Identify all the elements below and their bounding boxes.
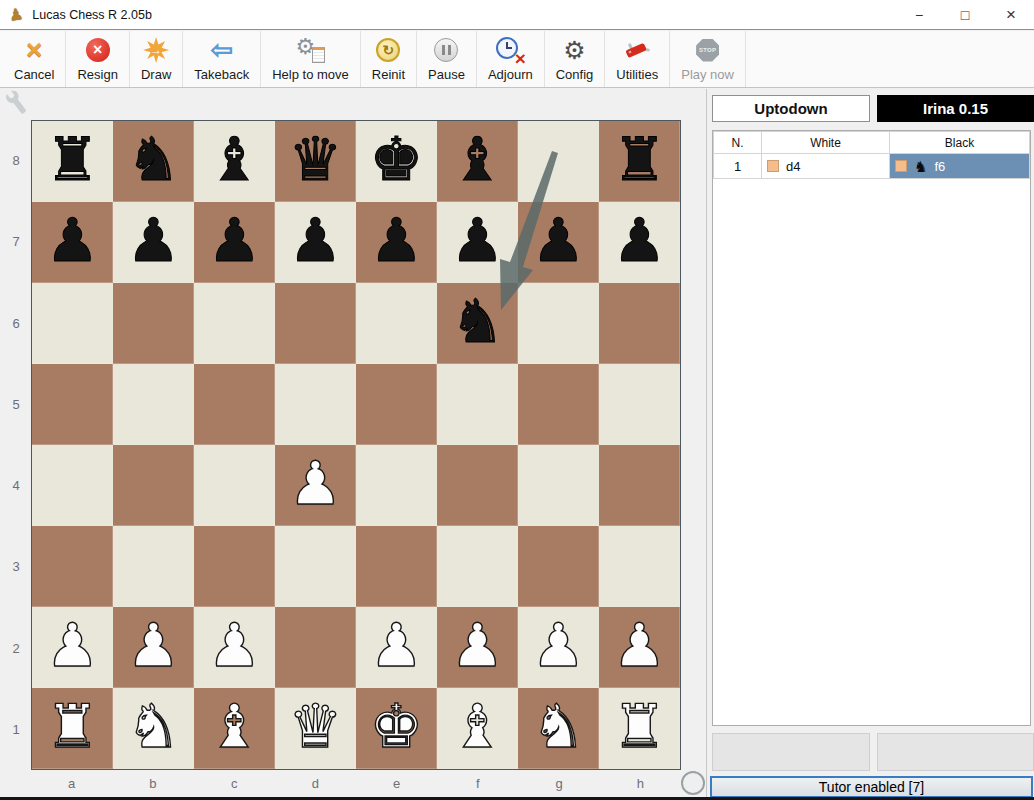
black-pawn-c7[interactable]: ♟ <box>208 211 262 271</box>
square-h6[interactable] <box>599 283 680 364</box>
file-label-f: f <box>476 776 480 791</box>
square-g3[interactable] <box>518 526 599 607</box>
toolbar-button-label: Adjourn <box>488 67 533 82</box>
white-knight-b1[interactable]: ♞ <box>127 697 181 757</box>
black-king-e8[interactable]: ♚ <box>370 130 424 190</box>
cancel-icon: × <box>26 35 42 65</box>
wrench-icon[interactable] <box>5 91 28 118</box>
toolbar-button-adjourn[interactable]: ×Adjourn <box>477 31 545 87</box>
file-label-d: d <box>312 776 319 791</box>
square-e2[interactable]: ♟ <box>356 607 437 688</box>
window-controls: − □ × <box>896 0 1034 29</box>
rank-label-7: 7 <box>12 234 19 249</box>
white-knight-g1[interactable]: ♞ <box>532 697 586 757</box>
square-f3[interactable] <box>437 526 518 607</box>
file-label-g: g <box>556 776 563 791</box>
square-h5[interactable] <box>599 364 680 445</box>
file-labels: abcdefgh <box>31 772 681 794</box>
clocks-row <box>712 733 1034 771</box>
square-b6[interactable] <box>113 283 194 364</box>
square-a2[interactable]: ♟ <box>32 607 113 688</box>
square-a1[interactable]: ♜ <box>32 688 113 769</box>
square-f4[interactable] <box>437 445 518 526</box>
toolbar-button-play-now: STOPPlay now <box>670 31 746 87</box>
maximize-button[interactable]: □ <box>942 0 988 29</box>
toolbar-button-label: Cancel <box>14 67 54 82</box>
square-c8[interactable]: ♝ <box>194 121 275 202</box>
col-header-n: N. <box>714 132 762 154</box>
square-e1[interactable]: ♚ <box>356 688 437 769</box>
main-area: 87654321 ♜♞♝♛♚♝♜♟♟♟♟♟♟♟♟♞♟♟♟♟♟♟♟♟♜♞♝♛♚♝♞… <box>0 89 1034 797</box>
takeback-icon: ⇦ <box>210 35 233 65</box>
players-row: Uptodown Irina 0.15 <box>712 95 1034 122</box>
square-b7[interactable]: ♟ <box>113 202 194 283</box>
square-g1[interactable]: ♞ <box>518 688 599 769</box>
square-b8[interactable]: ♞ <box>113 121 194 202</box>
square-c7[interactable]: ♟ <box>194 202 275 283</box>
utilities-icon <box>623 35 651 65</box>
white-queen-d1[interactable]: ♛ <box>289 697 343 757</box>
toolbar-button-config[interactable]: ⚙Config <box>545 31 606 87</box>
white-pawn-h2[interactable]: ♟ <box>613 616 667 676</box>
square-g4[interactable] <box>518 445 599 526</box>
square-a3[interactable] <box>32 526 113 607</box>
square-d5[interactable] <box>275 364 356 445</box>
file-label-b: b <box>149 776 156 791</box>
square-h2[interactable]: ♟ <box>599 607 680 688</box>
white-pawn-d4[interactable]: ♟ <box>289 454 343 514</box>
white-pawn-f2[interactable]: ♟ <box>451 616 505 676</box>
toolbar-button-label: Reinit <box>372 67 405 82</box>
square-b2[interactable]: ♟ <box>113 607 194 688</box>
square-f5[interactable] <box>437 364 518 445</box>
black-queen-d8[interactable]: ♛ <box>289 130 343 190</box>
black-rook-a8[interactable]: ♜ <box>46 130 100 190</box>
white-pawn-g2[interactable]: ♟ <box>532 616 586 676</box>
square-g7[interactable]: ♟ <box>518 202 599 283</box>
white-king-e1[interactable]: ♚ <box>370 697 424 757</box>
resign-icon: × <box>86 35 110 65</box>
file-label-e: e <box>393 776 400 791</box>
pause-icon <box>434 35 458 65</box>
toolbar: ×Cancel×Resign→Draw⇦Takeback⚙Help to mov… <box>0 31 1034 88</box>
white-rook-h1[interactable]: ♜ <box>613 697 667 757</box>
square-c2[interactable]: ♟ <box>194 607 275 688</box>
move-row: 1 d4 ♞ f6 <box>714 154 1030 179</box>
white-pawn-b2[interactable]: ♟ <box>127 616 181 676</box>
square-f8[interactable]: ♝ <box>437 121 518 202</box>
square-e4[interactable] <box>356 445 437 526</box>
toolbar-button-draw[interactable]: →Draw <box>130 31 183 87</box>
black-move-text: f6 <box>934 159 945 174</box>
square-h1[interactable]: ♜ <box>599 688 680 769</box>
square-g6[interactable] <box>518 283 599 364</box>
reinit-icon: ↻ <box>376 35 400 65</box>
white-pawn-e2[interactable]: ♟ <box>370 616 424 676</box>
toolbar-button-label: Pause <box>428 67 465 82</box>
square-c6[interactable] <box>194 283 275 364</box>
toolbar-button-label: Play now <box>681 67 734 82</box>
square-h4[interactable] <box>599 445 680 526</box>
move-number: 1 <box>714 154 762 179</box>
help-to-move-icon: ⚙ <box>296 35 326 65</box>
opening-book-icon <box>895 160 907 172</box>
square-f2[interactable]: ♟ <box>437 607 518 688</box>
rank-label-3: 3 <box>12 559 19 574</box>
minimize-button[interactable]: − <box>896 0 942 29</box>
black-bishop-c8[interactable]: ♝ <box>208 130 262 190</box>
square-d7[interactable]: ♟ <box>275 202 356 283</box>
black-knight-f6[interactable]: ♞ <box>451 292 505 352</box>
rank-labels: 87654321 <box>6 120 26 770</box>
toolbar-button-resign[interactable]: ×Resign <box>66 31 129 87</box>
square-d4[interactable]: ♟ <box>275 445 356 526</box>
square-d2[interactable] <box>275 607 356 688</box>
rank-label-5: 5 <box>12 397 19 412</box>
square-e6[interactable] <box>356 283 437 364</box>
white-move-cell[interactable]: d4 <box>762 154 890 179</box>
square-c1[interactable]: ♝ <box>194 688 275 769</box>
black-knight-b8[interactable]: ♞ <box>127 130 181 190</box>
knight-icon: ♞ <box>914 159 927 174</box>
white-player-name[interactable]: Uptodown <box>712 95 870 122</box>
square-f6[interactable]: ♞ <box>437 283 518 364</box>
square-e3[interactable] <box>356 526 437 607</box>
rank-label-6: 6 <box>12 316 19 331</box>
square-e8[interactable]: ♚ <box>356 121 437 202</box>
square-b3[interactable] <box>113 526 194 607</box>
square-a5[interactable] <box>32 364 113 445</box>
chess-board: ♜♞♝♛♚♝♜♟♟♟♟♟♟♟♟♞♟♟♟♟♟♟♟♟♜♞♝♛♚♝♞♜ <box>31 120 681 770</box>
square-c5[interactable] <box>194 364 275 445</box>
white-bishop-c1[interactable]: ♝ <box>208 697 262 757</box>
toolbar-button-label: Draw <box>141 67 171 82</box>
black-pawn-e7[interactable]: ♟ <box>370 211 424 271</box>
square-h7[interactable]: ♟ <box>599 202 680 283</box>
board-panel: 87654321 ♜♞♝♛♚♝♜♟♟♟♟♟♟♟♟♞♟♟♟♟♟♟♟♟♜♞♝♛♚♝♞… <box>0 89 707 797</box>
toolbar-button-label: Help to move <box>272 67 349 82</box>
black-pawn-a7[interactable]: ♟ <box>46 211 100 271</box>
close-button[interactable]: × <box>988 0 1034 29</box>
black-pawn-g7[interactable]: ♟ <box>532 211 586 271</box>
col-header-black: Black <box>890 132 1030 154</box>
rank-label-4: 4 <box>12 478 19 493</box>
black-pawn-f7[interactable]: ♟ <box>451 211 505 271</box>
file-label-h: h <box>637 776 644 791</box>
white-pawn-c2[interactable]: ♟ <box>208 616 262 676</box>
black-bishop-f8[interactable]: ♝ <box>451 130 505 190</box>
square-f7[interactable]: ♟ <box>437 202 518 283</box>
square-e5[interactable] <box>356 364 437 445</box>
moves-table: N. White Black 1 d4 <box>712 130 1031 726</box>
file-label-c: c <box>231 776 238 791</box>
play-now-icon: STOP <box>696 35 719 65</box>
white-rook-a1[interactable]: ♜ <box>46 697 100 757</box>
black-pawn-b7[interactable]: ♟ <box>127 211 181 271</box>
draw-icon: → <box>143 35 169 65</box>
black-rook-h8[interactable]: ♜ <box>613 130 667 190</box>
square-a4[interactable] <box>32 445 113 526</box>
adjourn-icon: × <box>496 35 525 65</box>
square-g2[interactable]: ♟ <box>518 607 599 688</box>
lucas-chess-window: ♟ Lucas Chess R 2.05b − □ × ×Cancel×Resi… <box>0 0 1034 800</box>
toolbar-button-label: Takeback <box>194 67 249 82</box>
toolbar-button-reinit[interactable]: ↻Reinit <box>361 31 417 87</box>
square-h3[interactable] <box>599 526 680 607</box>
square-a8[interactable]: ♜ <box>32 121 113 202</box>
square-c3[interactable] <box>194 526 275 607</box>
white-pawn-a2[interactable]: ♟ <box>46 616 100 676</box>
file-label-a: a <box>68 776 75 791</box>
black-player-name[interactable]: Irina 0.15 <box>877 95 1034 122</box>
progress-circle <box>681 771 705 795</box>
app-icon: ♟ <box>8 6 24 24</box>
right-panel: Uptodown Irina 0.15 N. White Black <box>708 89 1034 797</box>
square-g8[interactable] <box>518 121 599 202</box>
square-a6[interactable] <box>32 283 113 364</box>
toolbar-button-label: Utilities <box>616 67 658 82</box>
config-icon: ⚙ <box>563 35 585 65</box>
square-d3[interactable] <box>275 526 356 607</box>
window-title: Lucas Chess R 2.05b <box>32 8 152 22</box>
white-clock <box>712 733 870 771</box>
black-clock <box>877 733 1034 771</box>
square-a7[interactable]: ♟ <box>32 202 113 283</box>
square-d1[interactable]: ♛ <box>275 688 356 769</box>
rank-label-1: 1 <box>12 722 19 737</box>
col-header-white: White <box>762 132 890 154</box>
toolbar-button-help-to-move[interactable]: ⚙Help to move <box>261 31 361 87</box>
toolbar-button-takeback[interactable]: ⇦Takeback <box>183 31 261 87</box>
toolbar-button-utilities[interactable]: Utilities <box>605 31 670 87</box>
white-bishop-f1[interactable]: ♝ <box>451 697 505 757</box>
tutor-button[interactable]: Tutor enabled [7] <box>710 776 1033 798</box>
square-c4[interactable] <box>194 445 275 526</box>
black-pawn-d7[interactable]: ♟ <box>289 211 343 271</box>
rank-label-2: 2 <box>12 641 19 656</box>
toolbar-button-pause[interactable]: Pause <box>417 31 477 87</box>
toolbar-button-label: Config <box>556 67 594 82</box>
square-b4[interactable] <box>113 445 194 526</box>
square-h8[interactable]: ♜ <box>599 121 680 202</box>
opening-book-icon <box>767 160 779 172</box>
square-b5[interactable] <box>113 364 194 445</box>
black-move-cell[interactable]: ♞ f6 <box>890 154 1030 179</box>
square-e7[interactable]: ♟ <box>356 202 437 283</box>
moves-header-row: N. White Black <box>714 132 1030 154</box>
black-pawn-h7[interactable]: ♟ <box>613 211 667 271</box>
square-d6[interactable] <box>275 283 356 364</box>
square-b1[interactable]: ♞ <box>113 688 194 769</box>
white-move-text: d4 <box>786 159 800 174</box>
square-d8[interactable]: ♛ <box>275 121 356 202</box>
toolbar-button-label: Resign <box>77 67 117 82</box>
rank-label-8: 8 <box>12 153 19 168</box>
square-f1[interactable]: ♝ <box>437 688 518 769</box>
square-g5[interactable] <box>518 364 599 445</box>
titlebar: ♟ Lucas Chess R 2.05b − □ × <box>0 0 1034 30</box>
toolbar-button-cancel[interactable]: ×Cancel <box>3 31 66 87</box>
